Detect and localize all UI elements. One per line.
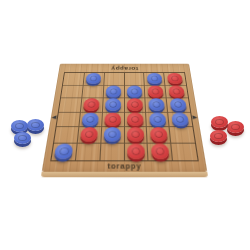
blue-disc-piece[interactable] <box>106 85 122 97</box>
blue-disc-piece[interactable] <box>170 98 187 111</box>
product-photo-scene: torappy ◄ ► torappy <box>0 0 250 250</box>
blue-disc-piece[interactable] <box>127 85 143 97</box>
board-cell-r1c5[interactable] <box>144 73 165 85</box>
board-cell-r2c5[interactable] <box>145 85 167 98</box>
red-disc-piece[interactable] <box>168 85 185 97</box>
blue-disc-piece[interactable] <box>149 112 166 126</box>
red-disc-piece[interactable] <box>150 127 168 142</box>
board-grid <box>50 72 199 161</box>
board-cell-r5c1[interactable] <box>54 127 79 143</box>
red-disc-piece[interactable] <box>127 144 145 160</box>
brand-logo-top: torappy <box>59 66 190 71</box>
blue-disc-piece[interactable] <box>105 98 121 111</box>
board-cell-r1c2[interactable] <box>83 73 104 85</box>
board-cell-r6c2[interactable] <box>76 143 101 160</box>
reserve-red-disc[interactable] <box>227 121 244 133</box>
board-cell-r6c6[interactable] <box>171 143 197 160</box>
board-cell-r2c3[interactable] <box>103 85 124 98</box>
board-cell-r3c3[interactable] <box>103 98 125 112</box>
blue-disc-piece[interactable] <box>104 127 121 142</box>
board-cell-r2c2[interactable] <box>82 85 104 98</box>
board-cell-r1c4[interactable] <box>125 73 146 85</box>
red-disc-piece[interactable] <box>167 73 183 84</box>
brand-logo-bottom: torappy <box>42 162 207 170</box>
red-disc-piece[interactable] <box>104 112 121 126</box>
red-disc-piece[interactable] <box>80 127 98 142</box>
board-cell-r3c2[interactable] <box>81 98 104 112</box>
board-cell-r2c1[interactable] <box>61 85 84 98</box>
board-cell-r1c6[interactable] <box>164 73 186 85</box>
board-cell-r6c5[interactable] <box>148 143 173 160</box>
board-cell-r1c3[interactable] <box>104 73 125 85</box>
blue-disc-piece[interactable] <box>147 73 163 84</box>
blue-disc-piece[interactable] <box>82 112 99 126</box>
board-cell-r2c4[interactable] <box>125 85 146 98</box>
blue-disc-piece[interactable] <box>54 144 74 160</box>
blue-disc-piece[interactable] <box>148 98 165 111</box>
board-cell-r3c4[interactable] <box>125 98 147 112</box>
reserve-blue-disc[interactable] <box>11 120 28 132</box>
board-cell-r4c3[interactable] <box>102 112 125 127</box>
reserve-blue-disc[interactable] <box>14 132 31 144</box>
board-cell-r5c2[interactable] <box>78 127 102 143</box>
reserve-red-disc[interactable] <box>210 130 227 142</box>
red-disc-piece[interactable] <box>127 127 144 142</box>
red-disc-piece[interactable] <box>151 144 170 160</box>
blue-disc-piece[interactable] <box>171 112 189 126</box>
board-cell-r3c6[interactable] <box>167 98 190 112</box>
red-disc-piece[interactable] <box>127 98 143 111</box>
wooden-game-board: torappy ◄ ► torappy <box>42 64 208 172</box>
board-cell-r3c5[interactable] <box>146 98 169 112</box>
red-disc-piece[interactable] <box>147 85 163 97</box>
board-cell-r5c3[interactable] <box>101 127 124 143</box>
board-cell-r5c6[interactable] <box>170 127 195 143</box>
board-cell-r6c4[interactable] <box>125 143 149 160</box>
board-cell-r2c6[interactable] <box>166 85 189 98</box>
board-cell-r5c4[interactable] <box>125 127 148 143</box>
board-cell-r4c2[interactable] <box>79 112 102 127</box>
reserve-red-disc[interactable] <box>211 116 228 128</box>
board-cell-r4c6[interactable] <box>168 112 192 127</box>
game-board-wrap: torappy ◄ ► torappy <box>42 64 208 172</box>
board-cell-r3c1[interactable] <box>59 98 82 112</box>
board-cell-r6c1[interactable] <box>51 143 77 160</box>
red-disc-piece[interactable] <box>127 112 144 126</box>
board-cell-r4c1[interactable] <box>57 112 81 127</box>
board-cell-r4c5[interactable] <box>146 112 169 127</box>
board-cell-r5c5[interactable] <box>147 127 171 143</box>
blue-disc-piece[interactable] <box>86 73 102 84</box>
board-cell-r6c3[interactable] <box>100 143 124 160</box>
board-cell-r1c1[interactable] <box>63 73 85 85</box>
red-disc-piece[interactable] <box>83 98 100 111</box>
reserve-blue-disc[interactable] <box>27 119 44 131</box>
board-cell-r4c4[interactable] <box>125 112 148 127</box>
